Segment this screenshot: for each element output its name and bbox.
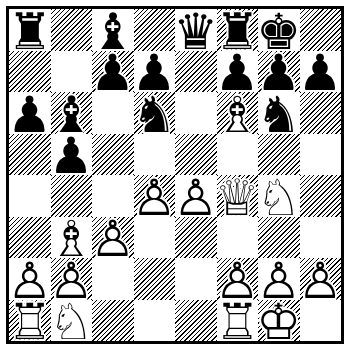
piece-glyph: ♞ <box>134 94 176 136</box>
piece-glyph: ♘ <box>258 177 300 219</box>
piece-glyph: ♘ <box>51 302 93 344</box>
square-h4[interactable] <box>300 175 342 217</box>
square-e8[interactable]: ♛♛ <box>175 9 217 51</box>
square-e3[interactable] <box>175 217 217 259</box>
piece-white-pawn[interactable]: ♟♙ <box>175 177 217 219</box>
chess-board-frame: ♜♜♝♝♛♛♜♜♚♚♟♟♟♟♟♟♟♟♟♟♟♟♝♝♞♞♝♗♞♞♟♟♟♙♟♙♛♕♞♘… <box>6 6 344 344</box>
square-c6[interactable] <box>92 92 134 134</box>
square-h5[interactable] <box>300 134 342 176</box>
piece-glyph: ♟ <box>300 53 342 95</box>
piece-white-king[interactable]: ♚♔ <box>258 302 300 344</box>
piece-black-pawn[interactable]: ♟♟ <box>9 94 51 136</box>
piece-black-pawn[interactable]: ♟♟ <box>51 136 93 178</box>
square-a5[interactable] <box>9 134 51 176</box>
piece-black-knight[interactable]: ♞♞ <box>134 94 176 136</box>
piece-glyph: ♟ <box>92 53 134 95</box>
piece-black-rook[interactable]: ♜♜ <box>9 11 51 53</box>
square-c2[interactable] <box>92 258 134 300</box>
square-d4[interactable]: ♟♙ <box>134 175 176 217</box>
square-c1[interactable] <box>92 300 134 342</box>
square-h7[interactable]: ♟♟ <box>300 51 342 93</box>
square-c3[interactable]: ♟♙ <box>92 217 134 259</box>
piece-black-knight[interactable]: ♞♞ <box>258 94 300 136</box>
square-f4[interactable]: ♛♕ <box>217 175 259 217</box>
square-h6[interactable] <box>300 92 342 134</box>
piece-white-bishop[interactable]: ♝♗ <box>217 94 259 136</box>
piece-white-knight[interactable]: ♞♘ <box>51 302 93 344</box>
square-a6[interactable]: ♟♟ <box>9 92 51 134</box>
piece-glyph: ♙ <box>92 219 134 261</box>
piece-white-queen[interactable]: ♛♕ <box>217 177 259 219</box>
piece-glyph: ♕ <box>217 177 259 219</box>
square-d3[interactable] <box>134 217 176 259</box>
square-d2[interactable] <box>134 258 176 300</box>
square-d6[interactable]: ♞♞ <box>134 92 176 134</box>
piece-black-pawn[interactable]: ♟♟ <box>300 53 342 95</box>
square-a1[interactable]: ♜♖ <box>9 300 51 342</box>
piece-white-pawn[interactable]: ♟♙ <box>134 177 176 219</box>
piece-white-pawn[interactable]: ♟♙ <box>92 219 134 261</box>
piece-glyph: ♜ <box>9 11 51 53</box>
piece-glyph: ♟ <box>9 94 51 136</box>
piece-glyph: ♖ <box>9 302 51 344</box>
piece-white-rook[interactable]: ♜♖ <box>217 302 259 344</box>
square-e4[interactable]: ♟♙ <box>175 175 217 217</box>
square-a4[interactable] <box>9 175 51 217</box>
square-h1[interactable] <box>300 300 342 342</box>
piece-white-knight[interactable]: ♞♘ <box>258 177 300 219</box>
square-f1[interactable]: ♜♖ <box>217 300 259 342</box>
piece-glyph: ♔ <box>258 302 300 344</box>
piece-glyph: ♟ <box>51 136 93 178</box>
square-c5[interactable] <box>92 134 134 176</box>
square-e6[interactable] <box>175 92 217 134</box>
chess-board: ♜♜♝♝♛♛♜♜♚♚♟♟♟♟♟♟♟♟♟♟♟♟♝♝♞♞♝♗♞♞♟♟♟♙♟♙♛♕♞♘… <box>9 9 341 341</box>
piece-glyph: ♞ <box>258 94 300 136</box>
square-g4[interactable]: ♞♘ <box>258 175 300 217</box>
piece-black-pawn[interactable]: ♟♟ <box>92 53 134 95</box>
square-b5[interactable]: ♟♟ <box>51 134 93 176</box>
square-b1[interactable]: ♞♘ <box>51 300 93 342</box>
square-h2[interactable]: ♟♙ <box>300 258 342 300</box>
square-f6[interactable]: ♝♗ <box>217 92 259 134</box>
piece-white-pawn[interactable]: ♟♙ <box>300 260 342 302</box>
piece-glyph: ♙ <box>134 177 176 219</box>
square-d1[interactable] <box>134 300 176 342</box>
square-g6[interactable]: ♞♞ <box>258 92 300 134</box>
piece-glyph: ♙ <box>175 177 217 219</box>
square-b8[interactable] <box>51 9 93 51</box>
piece-glyph: ♙ <box>300 260 342 302</box>
square-g1[interactable]: ♚♔ <box>258 300 300 342</box>
piece-glyph: ♛ <box>175 11 217 53</box>
square-a8[interactable]: ♜♜ <box>9 9 51 51</box>
piece-white-rook[interactable]: ♜♖ <box>9 302 51 344</box>
square-e2[interactable] <box>175 258 217 300</box>
square-e1[interactable] <box>175 300 217 342</box>
square-e7[interactable] <box>175 51 217 93</box>
square-c7[interactable]: ♟♟ <box>92 51 134 93</box>
piece-glyph: ♖ <box>217 302 259 344</box>
piece-black-queen[interactable]: ♛♛ <box>175 11 217 53</box>
piece-glyph: ♗ <box>217 94 259 136</box>
